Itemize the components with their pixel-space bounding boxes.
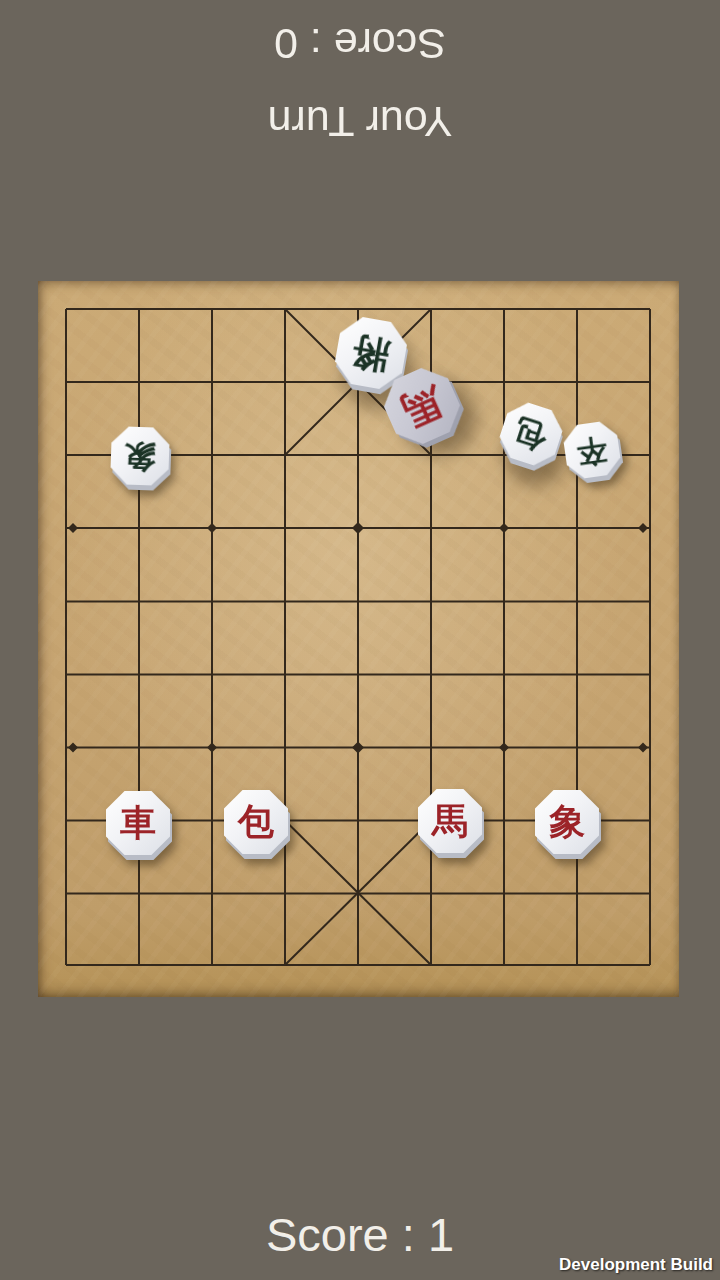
piece-black-elephant[interactable]: 象 bbox=[110, 426, 170, 486]
piece-black-soldier[interactable]: 卒 bbox=[562, 420, 623, 481]
development-build-watermark: Development Build bbox=[559, 1255, 713, 1275]
piece-red-chariot[interactable]: 車 bbox=[106, 791, 170, 855]
piece-glyph: 包 bbox=[509, 408, 553, 460]
piece-glyph: 卒 bbox=[574, 428, 609, 473]
piece-face: 馬 bbox=[418, 789, 482, 853]
piece-face: 象 bbox=[535, 790, 599, 854]
top-player-hud: Your Turn Score : 0 bbox=[0, 0, 720, 168]
piece-face: 車 bbox=[106, 791, 170, 855]
piece-glyph: 車 bbox=[120, 799, 156, 848]
piece-red-elephant[interactable]: 象 bbox=[535, 790, 599, 854]
piece-glyph: 馬 bbox=[432, 797, 468, 846]
bottom-player-score: Score : 1 bbox=[0, 1210, 720, 1260]
piece-glyph: 象 bbox=[549, 798, 585, 847]
piece-glyph: 象 bbox=[123, 433, 157, 478]
piece-face: 包 bbox=[224, 790, 288, 854]
piece-glyph: 包 bbox=[238, 798, 274, 847]
piece-red-cannon[interactable]: 包 bbox=[224, 790, 288, 854]
piece-glyph: 將 bbox=[348, 325, 394, 382]
piece-glyph: 馬 bbox=[393, 373, 451, 438]
top-player-turn-label: Your Turn bbox=[0, 99, 720, 145]
top-player-score: Score : 0 bbox=[0, 21, 720, 67]
board-grid-lines bbox=[65, 308, 653, 968]
piece-red-horse[interactable]: 馬 bbox=[418, 789, 482, 853]
